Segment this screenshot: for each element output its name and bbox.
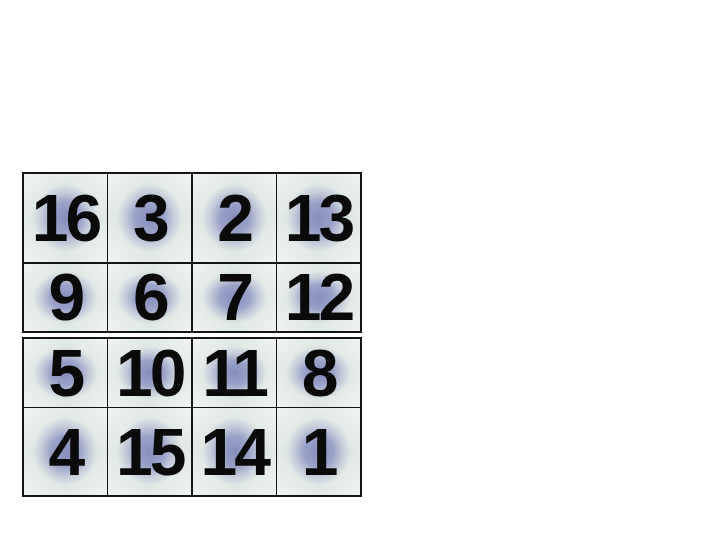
cell-r4c4: 1 — [277, 408, 360, 495]
magic-square-grid-upper: 16321396712 — [22, 172, 362, 333]
cell-r1c4: 13 — [277, 174, 360, 262]
cell-r2c1: 9 — [24, 264, 107, 332]
cell-r1c2: 3 — [108, 174, 191, 262]
cell-r4c1: 4 — [24, 408, 107, 495]
cell-r3c3: 11 — [193, 339, 276, 407]
cell-r3c1: 5 — [24, 339, 107, 407]
cell-r4c3: 14 — [193, 408, 276, 495]
cell-r2c4: 12 — [277, 264, 360, 332]
magic-square-board: 16321396712 510118415141 — [22, 172, 362, 497]
cell-r2c3: 7 — [193, 264, 276, 332]
cell-r2c2: 6 — [108, 264, 191, 332]
cell-r1c3: 2 — [193, 174, 276, 262]
magic-square-grid-lower: 510118415141 — [22, 337, 362, 497]
cell-r3c2: 10 — [108, 339, 191, 407]
cell-r4c2: 15 — [108, 408, 191, 495]
cell-r1c1: 16 — [24, 174, 107, 262]
cell-r3c4: 8 — [277, 339, 360, 407]
